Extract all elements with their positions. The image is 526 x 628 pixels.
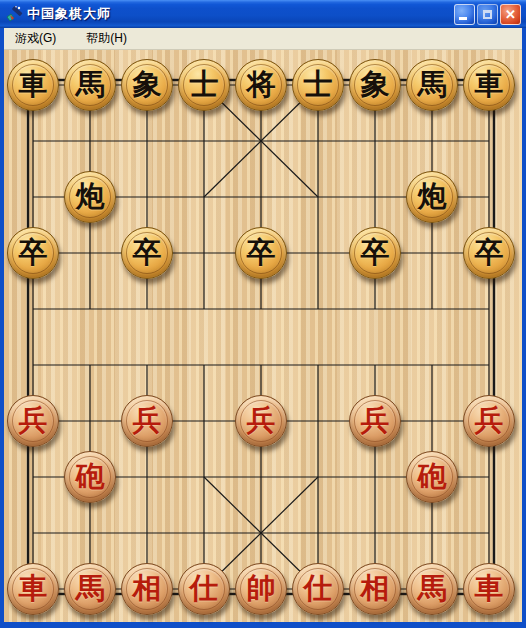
piece-character: 砲 — [418, 462, 447, 491]
maximize-button[interactable] — [477, 4, 498, 25]
piece-character: 象 — [361, 70, 390, 99]
piece-character: 将 — [247, 70, 276, 99]
piece-black-r3c4[interactable]: 卒 — [235, 227, 287, 279]
piece-black-r0c8[interactable]: 車 — [463, 59, 515, 111]
piece-red-r9c0[interactable]: 車 — [7, 563, 59, 615]
piece-character: 卒 — [361, 238, 390, 267]
minimize-button[interactable] — [454, 4, 475, 25]
piece-character: 炮 — [76, 182, 105, 211]
piece-character: 車 — [475, 574, 504, 603]
piece-red-r6c2[interactable]: 兵 — [121, 395, 173, 447]
piece-black-r0c3[interactable]: 士 — [178, 59, 230, 111]
app-window: 中国象棋大师 ✕ 游戏(G) 帮助(H) 車馬象士将士象馬車炮炮卒卒卒卒卒兵兵兵… — [0, 0, 526, 628]
brush-wand-icon — [5, 5, 23, 23]
piece-red-r9c1[interactable]: 馬 — [64, 563, 116, 615]
piece-black-r0c6[interactable]: 象 — [349, 59, 401, 111]
piece-character: 兵 — [19, 406, 48, 435]
piece-black-r0c7[interactable]: 馬 — [406, 59, 458, 111]
piece-character: 士 — [190, 70, 219, 99]
piece-character: 車 — [475, 70, 504, 99]
minimize-icon — [459, 17, 467, 20]
board-grid — [4, 50, 522, 622]
piece-character: 炮 — [418, 182, 447, 211]
piece-character: 象 — [133, 70, 162, 99]
piece-red-r9c3[interactable]: 仕 — [178, 563, 230, 615]
piece-black-r0c4[interactable]: 将 — [235, 59, 287, 111]
piece-black-r0c2[interactable]: 象 — [121, 59, 173, 111]
piece-character: 馬 — [418, 70, 447, 99]
piece-red-r9c6[interactable]: 相 — [349, 563, 401, 615]
piece-character: 馬 — [76, 70, 105, 99]
board[interactable]: 車馬象士将士象馬車炮炮卒卒卒卒卒兵兵兵兵兵砲砲車馬相仕帥仕相馬車 — [4, 50, 522, 622]
piece-red-r7c1[interactable]: 砲 — [64, 451, 116, 503]
piece-black-r3c0[interactable]: 卒 — [7, 227, 59, 279]
menubar: 游戏(G) 帮助(H) — [4, 28, 522, 50]
close-button[interactable]: ✕ — [500, 4, 521, 25]
piece-character: 砲 — [76, 462, 105, 491]
piece-red-r6c6[interactable]: 兵 — [349, 395, 401, 447]
piece-red-r9c8[interactable]: 車 — [463, 563, 515, 615]
piece-red-r9c5[interactable]: 仕 — [292, 563, 344, 615]
piece-black-r2c7[interactable]: 炮 — [406, 171, 458, 223]
piece-red-r6c4[interactable]: 兵 — [235, 395, 287, 447]
piece-character: 士 — [304, 70, 333, 99]
close-icon: ✕ — [501, 5, 520, 24]
piece-red-r6c8[interactable]: 兵 — [463, 395, 515, 447]
piece-character: 兵 — [133, 406, 162, 435]
maximize-icon — [483, 10, 492, 19]
piece-character: 兵 — [361, 406, 390, 435]
piece-black-r0c5[interactable]: 士 — [292, 59, 344, 111]
piece-black-r2c1[interactable]: 炮 — [64, 171, 116, 223]
piece-character: 兵 — [475, 406, 504, 435]
piece-character: 仕 — [190, 574, 219, 603]
piece-character: 車 — [19, 574, 48, 603]
menu-item-game[interactable]: 游戏(G) — [11, 28, 60, 49]
piece-black-r3c8[interactable]: 卒 — [463, 227, 515, 279]
piece-black-r3c6[interactable]: 卒 — [349, 227, 401, 279]
piece-red-r9c4[interactable]: 帥 — [235, 563, 287, 615]
piece-red-r7c7[interactable]: 砲 — [406, 451, 458, 503]
piece-character: 兵 — [247, 406, 276, 435]
piece-character: 卒 — [133, 238, 162, 267]
piece-character: 馬 — [76, 574, 105, 603]
piece-character: 馬 — [418, 574, 447, 603]
window-controls: ✕ — [454, 4, 521, 25]
window-title: 中国象棋大师 — [27, 5, 111, 23]
piece-character: 卒 — [475, 238, 504, 267]
piece-character: 車 — [19, 70, 48, 99]
piece-black-r0c0[interactable]: 車 — [7, 59, 59, 111]
piece-black-r3c2[interactable]: 卒 — [121, 227, 173, 279]
piece-character: 仕 — [304, 574, 333, 603]
piece-red-r9c7[interactable]: 馬 — [406, 563, 458, 615]
piece-character: 卒 — [247, 238, 276, 267]
piece-black-r0c1[interactable]: 馬 — [64, 59, 116, 111]
piece-character: 相 — [361, 574, 390, 603]
menu-item-help[interactable]: 帮助(H) — [82, 28, 131, 49]
piece-red-r6c0[interactable]: 兵 — [7, 395, 59, 447]
piece-character: 帥 — [247, 574, 276, 603]
piece-character: 相 — [133, 574, 162, 603]
titlebar: 中国象棋大师 ✕ — [0, 0, 526, 28]
piece-red-r9c2[interactable]: 相 — [121, 563, 173, 615]
piece-character: 卒 — [19, 238, 48, 267]
